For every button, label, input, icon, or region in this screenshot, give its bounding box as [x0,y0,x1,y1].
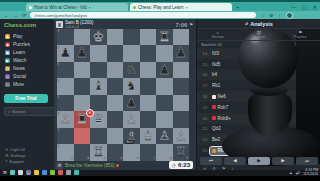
black-pawn-a7[interactable]: ♟ [57,45,74,62]
square-b2[interactable] [74,128,91,145]
jump-end-button[interactable]: ⏭ [296,157,318,165]
white-pawn-g2[interactable]: ♙ [156,128,173,145]
move-number: 14. [197,51,210,56]
square-h3[interactable] [173,111,190,128]
move-row: 23.Rb3 [197,145,320,156]
move-row: 17.Rb1Qc3 [197,80,320,91]
white-move[interactable]: Qd2 [210,125,256,133]
square-e1[interactable]: e [123,144,140,161]
player-clock-active: ◷ 6:23 [169,161,193,169]
move-text: Be2 [212,137,220,142]
taskbar-app-icon[interactable] [10,170,15,175]
move-classification-icon [212,95,216,99]
browser-profile-avatar[interactable] [286,12,293,19]
maximize-icon[interactable]: ▢ [302,4,307,10]
white-move[interactable]: Rxb7 [210,103,256,111]
square-d8[interactable] [107,29,124,46]
tab-title: How to Win at Chess - Vid [34,5,86,10]
explore-icon: ▤ [257,30,261,35]
square-b7[interactable]: ♟ [74,45,91,62]
file-label: d [120,156,122,160]
taskbar-app-icon[interactable] [18,170,23,175]
square-d1[interactable]: d [107,144,124,161]
move-row: 15.Nd5Qa5 [197,59,320,70]
clock-icon: ◷ [172,163,176,168]
move-text: Kxb8 [258,116,268,121]
review-icon: ⌕ [216,30,219,35]
move-text: Nf3 [212,51,219,56]
sidebar-item-watch[interactable]: ▶Watch [5,56,51,64]
white-move[interactable]: Ne6 [210,93,256,101]
move-text: Bc5 [258,51,266,56]
opponent-clock: 7:06 ⚑ [175,22,193,28]
file-label: f [154,156,155,160]
move-text: b4 [212,72,217,77]
rank-label: 4 [58,95,60,99]
logo-suffix: .com [22,22,36,28]
reload-icon[interactable]: ⟳ [22,11,26,19]
tab-favicon [133,6,136,9]
tray-up-icon[interactable]: ▲ [289,171,293,175]
previous-move-button[interactable]: ◀ [224,157,246,165]
black-move[interactable]: Bc5 [256,49,302,57]
move-row: 18.Ne6fxe6 [197,91,320,102]
move-classification-icon [258,127,262,131]
black-move[interactable] [256,147,302,155]
taskbar-app-icon[interactable] [74,170,79,175]
square-g4[interactable] [156,95,173,112]
move-text: Ne6 [218,94,226,99]
file-label: g [170,156,172,160]
rank-label: 5 [58,79,60,83]
sidebar-item-puzzles[interactable]: ◆Puzzles [5,40,51,48]
move-text: Rxb7 [218,105,229,110]
square-f4[interactable] [140,95,157,112]
square-c7[interactable] [90,45,107,62]
more-icon: ⋯ [5,82,10,87]
logo-text: Chess [4,22,22,28]
new-tab-button[interactable]: + [236,4,240,10]
square-a3[interactable]: 3♙ [57,111,74,128]
square-f6[interactable] [140,62,157,79]
opponent-clock-time: 7:06 [175,22,187,28]
square-e8[interactable] [123,29,140,46]
rank-label: 7 [58,46,60,50]
taskbar-app-icon[interactable] [58,170,63,175]
black-move[interactable]: Kxb8 [256,114,302,122]
windows-taskbar: ⊞ ▲ 🔊 4:13 PM 11/5/2024 [0,170,320,176]
move-number: 20. [197,116,210,121]
square-c4[interactable] [90,95,107,112]
black-rook-g8[interactable]: ♜ [156,29,173,46]
tab-close-icon[interactable]: × [88,6,91,9]
square-e5[interactable]: ♞ [123,78,140,95]
square-h8[interactable] [173,29,190,46]
square-d2[interactable] [107,128,124,145]
square-a7[interactable]: 7♟ [57,45,74,62]
sidebar-item-more[interactable]: ⋯More [5,80,51,88]
square-b5[interactable] [74,78,91,95]
footer-label: Light UI [11,147,25,152]
move-classification-icon [258,105,262,109]
chess-board[interactable]: 8♚♜7♟♟♟6♘♟5♝♞4♟3♙♜♛♙2♗♔♙♙1abc♖defgh♖ [57,29,189,161]
analysis-header: ⌕ Analysis [197,19,320,29]
footer-label: Settings [11,153,26,158]
white-pawn-a3[interactable]: ♙ [57,111,74,128]
square-d6[interactable] [107,62,124,79]
white-move[interactable]: Be2 [210,136,256,144]
analysis-tab-review[interactable]: ⌕Review [197,29,238,40]
footer-label: Support [9,159,24,164]
next-move-button[interactable]: ▶ [272,157,294,165]
taskbar-date: 11/5/2024 [303,173,318,176]
lines-toggle[interactable] [313,43,317,47]
sidebar-item-label: Social [13,74,26,79]
minimize-icon[interactable]: — [291,4,296,10]
letterbox-strip [0,176,320,181]
move-number: 22. [197,137,210,142]
black-pawn-h7[interactable]: ♟ [173,45,190,62]
player-clock-time: 6:23 [178,162,190,168]
tab-label: Practice [294,35,307,39]
file-label: h [186,156,188,160]
player-avatar[interactable]: ♔ [56,162,63,169]
tab-title: Chess: Play and Learn [138,5,184,10]
play-icon: ♟ [5,34,10,39]
square-b1[interactable]: b [74,144,91,161]
rank-label: 1 [58,145,60,149]
file-label: b [87,156,89,160]
taskbar-app-icon[interactable] [42,170,47,175]
move-number: 18. [197,94,210,99]
white-pawn-h2[interactable]: ♙ [173,128,190,145]
square-g7[interactable] [156,45,173,62]
search-placeholder: Search [12,109,25,114]
jump-start-button[interactable]: ⏮ [200,157,222,165]
menu-dots-icon[interactable]: ⋮ [277,13,282,18]
square-g3[interactable] [156,111,173,128]
browser-tab-2-active[interactable]: Chess: Play and Learn × [130,3,232,11]
move-classification-icon [212,105,216,109]
square-g8[interactable]: ♜ [156,29,173,46]
chesscom-logo[interactable]: Chess.com [4,22,36,28]
player-badge [116,164,119,167]
extensions-icon[interactable]: ⚙ [269,13,273,18]
move-row: 19.Rxb7Rb8 [197,102,320,113]
white-move[interactable]: b4 [210,71,256,79]
social-icon: ☺ [5,74,10,79]
back-icon[interactable]: ← [4,11,9,19]
black-move[interactable]: fxe6 [256,93,302,101]
square-a8[interactable]: 8 [57,29,74,46]
player-bar: ♔ Brea the Viennese (850) ◷ 6:23 [56,161,194,169]
screenshot-root: How to Win at Chess - Vid × Chess: Play … [0,0,320,180]
puzzles-icon: ◆ [5,42,10,47]
square-g5[interactable] [156,78,173,95]
rank-label: 2 [58,128,60,132]
chrome-icon[interactable] [26,170,31,175]
square-h2[interactable]: ♙ [173,128,190,145]
tab-favicon [29,6,32,9]
square-f1[interactable]: f [140,144,157,161]
square-a5[interactable]: 5 [57,78,74,95]
move-text: Qxd2 [264,126,275,131]
rank-label: 6 [58,62,60,66]
white-move[interactable]: Nf3 [210,49,256,57]
sidebar-item-social[interactable]: ☺Social [5,72,51,80]
black-move[interactable]: Qxb4 [256,71,302,79]
close-window-icon[interactable]: ✕ [313,4,317,10]
rank-label: 8 [58,29,60,33]
move-text: Qd2 [212,126,221,131]
opponent-avatar[interactable]: ♜ [56,21,63,28]
sidebar-item-label: Play [13,34,22,39]
move-text: Rb2 [258,137,266,142]
white-move[interactable]: Rxb8+ [210,114,256,122]
square-d4[interactable] [107,95,124,112]
square-a1[interactable]: 1a [57,144,74,161]
analysis-tabs: ⌕Review▤Explore⚑Practice [197,29,320,41]
sidebar-item-play[interactable]: ♟Play [5,32,51,40]
move-number: 23. [197,148,210,153]
sidebar-item-learn[interactable]: ▣Learn [5,48,51,56]
opponent-player-bar: ♜ Sam B (1200) ♙♙♙ +2 7:06 ⚑ [56,20,194,29]
move-text: Rb8 [264,105,272,110]
square-c2[interactable] [90,128,107,145]
black-pawn-g6[interactable]: ♟ [156,62,173,79]
move-text: Rxb8+ [218,116,231,121]
white-move[interactable]: Rb1 [210,82,256,90]
square-d3[interactable] [107,111,124,128]
move-row: 22.Be2Rb2 [197,134,320,145]
chess-page: Chess.com ♟Play◆Puzzles▣Learn▶Watch▤News… [0,19,320,170]
file-label: a [71,156,73,160]
browser-tab-1[interactable]: How to Win at Chess - Vid × [26,3,128,11]
analysis-tab-explore[interactable]: ▤Explore [238,29,279,40]
square-c1[interactable]: c♖ [90,144,107,161]
square-h6[interactable] [173,62,190,79]
bookmark-star-icon[interactable]: ☆ [261,13,265,18]
square-e4[interactable]: ♟ [123,95,140,112]
play-button[interactable]: ▶ [248,157,270,165]
tab-label: Review [212,35,224,39]
move-number: 15. [197,62,210,67]
browser-tab-bar: How to Win at Chess - Vid × Chess: Play … [0,2,320,11]
square-h5[interactable] [173,78,190,95]
rank-label: 3 [58,112,60,116]
move-text: Qc3 [258,83,266,88]
practice-icon: ⚑ [298,30,302,35]
analysis-tab-practice[interactable]: ⚑Practice [280,29,320,40]
black-pawn-e4[interactable]: ♟ [123,95,140,112]
square-g2[interactable]: ♙ [156,128,173,145]
black-move[interactable]: Qxd2 [256,125,302,133]
black-move[interactable]: Qa5 [256,60,302,68]
square-f5[interactable] [140,78,157,95]
square-g1[interactable]: g [156,144,173,161]
tab-close-icon[interactable]: × [186,6,189,9]
square-d7[interactable] [107,45,124,62]
system-tray: ▲ 🔊 4:13 PM 11/5/2024 [289,169,318,176]
square-h7[interactable]: ♟ [173,45,190,62]
url-input[interactable]: chess.com/game/live/analysis [30,12,256,18]
footer-icon: ☀ [5,147,9,152]
white-move[interactable]: Nd5 [210,60,256,68]
engine-depth: Depth 14 [296,43,311,47]
move-number: 16. [197,72,210,77]
black-move[interactable]: Rb2 [256,136,302,144]
move-number: 17. [197,83,210,88]
white-knight-e6[interactable]: ♘ [123,62,140,79]
taskbar-app-icon[interactable] [50,170,55,175]
move-row: 21.Qd2Qxd2 [197,124,320,135]
move-text: fxe6 [258,94,267,99]
square-d5[interactable] [107,78,124,95]
square-f8[interactable] [140,29,157,46]
move-text: Rb3 [218,148,226,153]
move-text: Nd5 [212,62,220,67]
square-e7[interactable] [123,45,140,62]
player-name[interactable]: Brea the Viennese (850) [65,163,119,168]
sidebar-item-label: Learn [13,50,25,55]
black-move[interactable]: Qc3 [256,82,302,90]
taskbar-app-icon[interactable] [34,170,39,175]
white-king-f2[interactable]: ♔ [140,128,157,145]
move-number: 21. [197,126,210,131]
miss-move-icon: ✕ [86,109,94,117]
analysis-icon: ⌕ [245,20,248,27]
move-number: 19. [197,105,210,110]
square-b6[interactable] [74,62,91,79]
analysis-title: Analysis [250,21,273,27]
learn-icon: ▣ [5,50,10,55]
black-move[interactable]: Rb8 [256,103,302,111]
browser-address-bar: ← → ⟳ chess.com/game/live/analysis ☆ ⚙ ⋮ [0,11,320,19]
sidebar-item-label: News [13,66,25,71]
square-f7[interactable] [140,45,157,62]
flag-icon[interactable]: ⚑ [189,22,193,27]
window-controls[interactable]: — ▢ ✕ [291,4,317,10]
square-g6[interactable]: ♟ [156,62,173,79]
sidebar: Chess.com ♟Play◆Puzzles▣Learn▶Watch▤News… [0,19,54,170]
square-a4[interactable]: 4 [57,95,74,112]
forward-icon[interactable]: → [13,11,18,19]
square-a2[interactable]: 2 [57,128,74,145]
extension-icons[interactable]: ☆ ⚙ ⋮ [261,13,282,18]
taskbar-clock: 4:13 PM 11/5/2024 [303,169,318,176]
square-f3[interactable] [140,111,157,128]
search-icon: ⌕ [8,109,10,114]
file-label: e [137,156,139,160]
sidebar-item-label: Puzzles [13,42,30,47]
sidebar-search-input[interactable]: ⌕ Search [4,107,56,116]
square-h1[interactable]: h♖ [173,144,190,161]
square-f2[interactable]: ♔ [140,128,157,145]
free-trial-button[interactable]: Free Trial [4,94,48,103]
playback-controls: ⏮◀▶▶⏭ [197,156,320,166]
sidebar-item-label: Watch [13,58,26,63]
black-king-c8[interactable]: ♚ [90,29,107,46]
square-c5[interactable]: ♝ [90,78,107,95]
best-move-label: Best [125,140,134,144]
engine-info-row: Stockfish 16 Depth 14 [197,41,320,48]
opponent-captured-pieces: ♙♙♙ +2 [65,25,93,29]
square-e3[interactable]: ♙ [123,111,140,128]
move-row: 14.Nf3Bc5 [197,48,320,59]
taskbar-app-icon[interactable] [66,170,71,175]
engine-name: Stockfish 16 [201,43,222,47]
square-c6[interactable] [90,62,107,79]
black-pawn-b7[interactable]: ♟ [74,45,91,62]
sidebar-item-news[interactable]: ▤News [5,64,51,72]
sidebar-item-label: More [13,82,24,87]
square-h4[interactable] [173,95,190,112]
move-text: Qxb4 [258,72,269,77]
taskbar-app-icons[interactable] [7,170,79,175]
tab-label: Explore [253,35,265,39]
watch-icon: ▶ [5,58,10,63]
footer-icon: ⚙ [5,153,9,158]
move-row: 20.Rxb8+Kxb8 [197,113,320,124]
volume-icon[interactable]: 🔊 [296,171,301,175]
analysis-panel: ⌕ Analysis ⌕Review▤Explore⚑Practice Stoc… [196,19,320,170]
move-classification-icon [212,149,216,153]
black-knight-e5[interactable]: ♞ [123,78,140,95]
move-list[interactable]: 14.Nf3Bc515.Nd5Qa516.b4Qxb417.Rb1Qc318.N… [197,48,320,156]
file-label: c [104,156,106,160]
move-text: Rb1 [212,83,220,88]
square-a6[interactable]: 6 [57,62,74,79]
white-move[interactable]: Rb3 [210,147,256,155]
sidebar-footer-support[interactable]: ?Support [5,158,24,164]
move-text: Qa5 [258,62,267,67]
footer-icon: ? [5,159,7,164]
move-row: 16.b4Qxb4 [197,70,320,81]
news-icon: ▤ [5,66,10,71]
black-bishop-c5[interactable]: ♝ [90,78,107,95]
square-e6[interactable]: ♘ [123,62,140,79]
white-pawn-e3[interactable]: ♙ [123,111,140,128]
square-b8[interactable] [74,29,91,46]
move-classification-icon [212,116,216,120]
square-c8[interactable]: ♚ [90,29,107,46]
